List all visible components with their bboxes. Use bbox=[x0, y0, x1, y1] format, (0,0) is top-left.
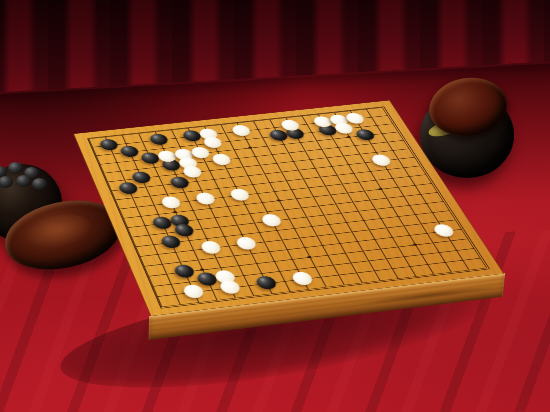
black-stones-heap bbox=[0, 160, 58, 204]
bowl-stone bbox=[8, 162, 23, 174]
bowl-stone bbox=[16, 175, 31, 187]
bowl-stone bbox=[32, 178, 47, 190]
bowl-stone bbox=[0, 176, 13, 188]
go-board-photo-scene bbox=[0, 0, 550, 412]
lid-wood-grain bbox=[19, 208, 95, 256]
